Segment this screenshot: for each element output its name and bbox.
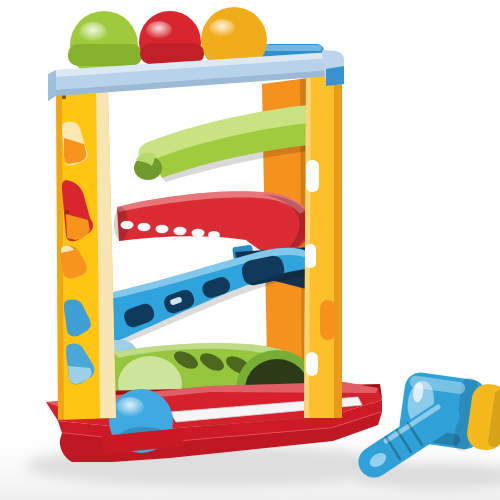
right-post-notch-3 — [320, 300, 336, 340]
tray-left-cap — [48, 70, 56, 101]
product-photo — [0, 0, 500, 500]
green-ball-cup — [68, 44, 142, 66]
blue-ball-sheen — [116, 397, 144, 417]
collar-gloss — [264, 45, 322, 51]
right-post-notch-2 — [305, 244, 316, 268]
left-post — [56, 82, 116, 420]
cutout-pin — [65, 210, 69, 214]
red-ball-sheen — [146, 21, 172, 39]
red-ball-cup — [140, 43, 204, 64]
right-post — [304, 62, 342, 418]
toy-scene — [0, 0, 500, 500]
tray-end-cap — [326, 66, 344, 86]
right-post-notch-4 — [306, 352, 318, 376]
green-ball-sheen — [79, 22, 107, 42]
right-post-edge-shade — [334, 64, 342, 418]
yellow-ball-sheen — [209, 19, 235, 37]
right-post-notch-1 — [306, 160, 319, 192]
